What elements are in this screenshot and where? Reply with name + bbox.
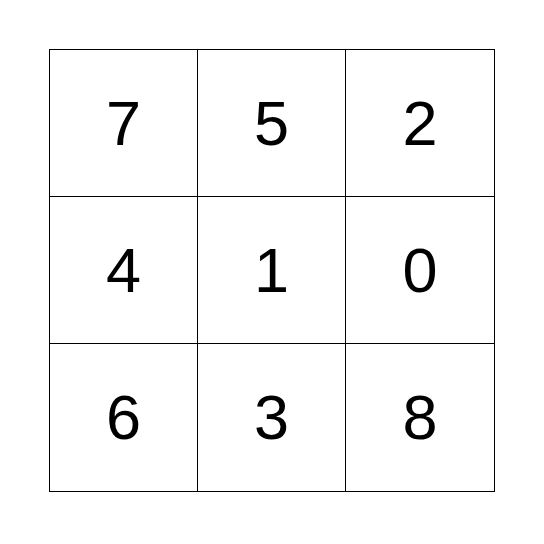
cell-r0c1[interactable]: 5: [198, 50, 346, 197]
cell-r2c2[interactable]: 8: [346, 344, 494, 491]
cell-r1c1[interactable]: 1: [198, 197, 346, 344]
cell-r2c1[interactable]: 3: [198, 344, 346, 491]
cell-r2c0[interactable]: 6: [50, 344, 198, 491]
cell-r0c0[interactable]: 7: [50, 50, 198, 197]
cell-r0c2[interactable]: 2: [346, 50, 494, 197]
puzzle-screenshot: 7 5 2 4 1 0 6 3 8: [0, 0, 544, 544]
cell-r1c2[interactable]: 0: [346, 197, 494, 344]
puzzle-board: 7 5 2 4 1 0 6 3 8: [49, 49, 495, 492]
cell-r1c0[interactable]: 4: [50, 197, 198, 344]
